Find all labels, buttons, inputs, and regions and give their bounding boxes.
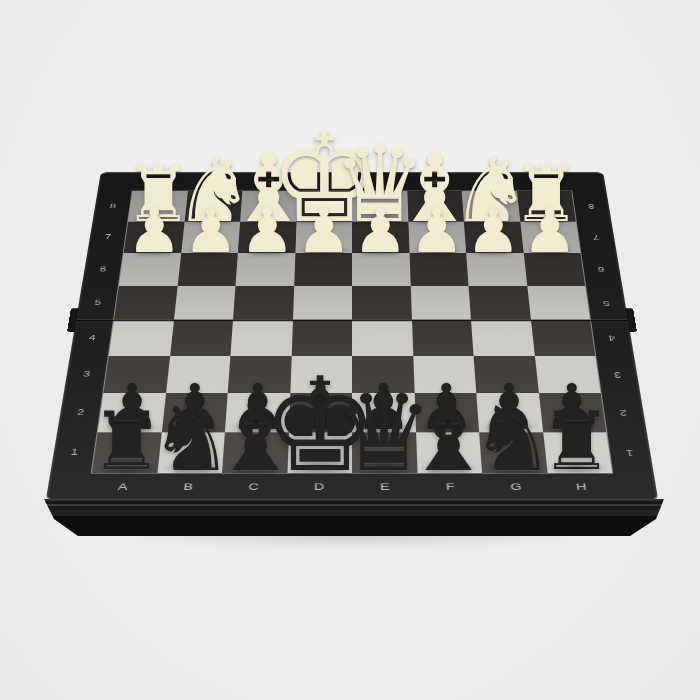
chess-set-photo: 87654321 87654321 ABCDEFGH ABCDEFGH ♜♞♝♚… xyxy=(0,0,700,700)
piece-white-pawn-b7[interactable]: ♟ xyxy=(180,201,241,262)
piece-white-pawn-g7[interactable]: ♟ xyxy=(463,201,524,262)
piece-white-pawn-h7[interactable]: ♟ xyxy=(519,201,580,262)
piece-white-pawn-f7[interactable]: ♟ xyxy=(406,201,467,262)
piece-black-rook-h1[interactable]: ♜ xyxy=(537,402,617,482)
piece-white-pawn-d7[interactable]: ♟ xyxy=(293,201,354,262)
piece-white-pawn-e7[interactable]: ♟ xyxy=(350,201,411,262)
pieces-layer: ♜♞♝♚♛♝♞♜♟♟♟♟♟♟♟♟♟♟♟♟♟♟♟♟♜♞♝♚♛♝♞♜ xyxy=(0,0,700,700)
piece-white-pawn-a7[interactable]: ♟ xyxy=(124,201,185,262)
piece-white-pawn-c7[interactable]: ♟ xyxy=(237,201,298,262)
